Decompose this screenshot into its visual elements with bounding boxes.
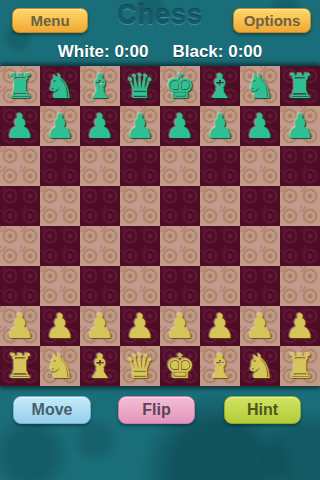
- chess-board[interactable]: ♜♞♝♛♚♝♞♜♟♟♟♟♟♟♟♟♟♟♟♟♟♟♟♟♜♞♝♛♚♝♞♜: [0, 66, 320, 386]
- square-d1[interactable]: ♛: [120, 346, 160, 386]
- clock-bar: White: 0:00Black: 0:00: [0, 42, 320, 62]
- square-b5[interactable]: [40, 186, 80, 226]
- move-button[interactable]: Move: [13, 396, 91, 424]
- square-e8[interactable]: ♚: [160, 66, 200, 106]
- square-d7[interactable]: ♟: [120, 106, 160, 146]
- white-pawn-piece: ♟: [280, 306, 320, 346]
- square-h3[interactable]: [280, 266, 320, 306]
- black-rook-piece: ♜: [0, 66, 40, 106]
- hint-button[interactable]: Hint: [224, 396, 301, 424]
- square-e6[interactable]: [160, 146, 200, 186]
- square-h1[interactable]: ♜: [280, 346, 320, 386]
- white-pawn-piece: ♟: [0, 306, 40, 346]
- square-f4[interactable]: [200, 226, 240, 266]
- square-a6[interactable]: [0, 146, 40, 186]
- square-f5[interactable]: [200, 186, 240, 226]
- square-h5[interactable]: [280, 186, 320, 226]
- options-button[interactable]: Options: [233, 8, 311, 33]
- square-a7[interactable]: ♟: [0, 106, 40, 146]
- square-e2[interactable]: ♟: [160, 306, 200, 346]
- white-bishop-piece: ♝: [80, 346, 120, 386]
- white-pawn-piece: ♟: [200, 306, 240, 346]
- black-pawn-piece: ♟: [120, 106, 160, 146]
- square-d3[interactable]: [120, 266, 160, 306]
- square-g8[interactable]: ♞: [240, 66, 280, 106]
- square-a4[interactable]: [0, 226, 40, 266]
- square-d4[interactable]: [120, 226, 160, 266]
- square-b3[interactable]: [40, 266, 80, 306]
- square-b7[interactable]: ♟: [40, 106, 80, 146]
- white-rook-piece: ♜: [0, 346, 40, 386]
- square-a3[interactable]: [0, 266, 40, 306]
- square-a2[interactable]: ♟: [0, 306, 40, 346]
- square-c8[interactable]: ♝: [80, 66, 120, 106]
- white-pawn-piece: ♟: [40, 306, 80, 346]
- black-knight-piece: ♞: [240, 66, 280, 106]
- square-a8[interactable]: ♜: [0, 66, 40, 106]
- square-e1[interactable]: ♚: [160, 346, 200, 386]
- square-d8[interactable]: ♛: [120, 66, 160, 106]
- app-screen: Chess Menu Options White: 0:00Black: 0:0…: [0, 0, 320, 480]
- square-e5[interactable]: [160, 186, 200, 226]
- square-b2[interactable]: ♟: [40, 306, 80, 346]
- black-bishop-piece: ♝: [200, 66, 240, 106]
- square-g6[interactable]: [240, 146, 280, 186]
- square-d6[interactable]: [120, 146, 160, 186]
- black-bishop-piece: ♝: [80, 66, 120, 106]
- white-bishop-piece: ♝: [200, 346, 240, 386]
- square-c2[interactable]: ♟: [80, 306, 120, 346]
- square-b1[interactable]: ♞: [40, 346, 80, 386]
- square-f3[interactable]: [200, 266, 240, 306]
- square-f1[interactable]: ♝: [200, 346, 240, 386]
- square-g3[interactable]: [240, 266, 280, 306]
- white-rook-piece: ♜: [280, 346, 320, 386]
- square-f8[interactable]: ♝: [200, 66, 240, 106]
- square-b4[interactable]: [40, 226, 80, 266]
- square-e3[interactable]: [160, 266, 200, 306]
- white-pawn-piece: ♟: [160, 306, 200, 346]
- square-e4[interactable]: [160, 226, 200, 266]
- black-pawn-piece: ♟: [160, 106, 200, 146]
- square-h7[interactable]: ♟: [280, 106, 320, 146]
- square-c1[interactable]: ♝: [80, 346, 120, 386]
- white-knight-piece: ♞: [40, 346, 80, 386]
- square-f2[interactable]: ♟: [200, 306, 240, 346]
- white-king-piece: ♚: [160, 346, 200, 386]
- black-pawn-piece: ♟: [80, 106, 120, 146]
- square-b8[interactable]: ♞: [40, 66, 80, 106]
- square-h4[interactable]: [280, 226, 320, 266]
- white-pawn-piece: ♟: [80, 306, 120, 346]
- white-clock: White: 0:00: [58, 42, 149, 61]
- black-queen-piece: ♛: [120, 66, 160, 106]
- black-pawn-piece: ♟: [0, 106, 40, 146]
- black-pawn-piece: ♟: [40, 106, 80, 146]
- square-c5[interactable]: [80, 186, 120, 226]
- square-e7[interactable]: ♟: [160, 106, 200, 146]
- square-c7[interactable]: ♟: [80, 106, 120, 146]
- square-h8[interactable]: ♜: [280, 66, 320, 106]
- square-f6[interactable]: [200, 146, 240, 186]
- square-c3[interactable]: [80, 266, 120, 306]
- square-g5[interactable]: [240, 186, 280, 226]
- square-a1[interactable]: ♜: [0, 346, 40, 386]
- black-clock: Black: 0:00: [172, 42, 262, 61]
- white-queen-piece: ♛: [120, 346, 160, 386]
- square-g4[interactable]: [240, 226, 280, 266]
- white-pawn-piece: ♟: [120, 306, 160, 346]
- menu-button[interactable]: Menu: [12, 8, 88, 33]
- square-g2[interactable]: ♟: [240, 306, 280, 346]
- square-h2[interactable]: ♟: [280, 306, 320, 346]
- square-f7[interactable]: ♟: [200, 106, 240, 146]
- black-king-piece: ♚: [160, 66, 200, 106]
- square-b6[interactable]: [40, 146, 80, 186]
- square-g7[interactable]: ♟: [240, 106, 280, 146]
- square-d2[interactable]: ♟: [120, 306, 160, 346]
- black-knight-piece: ♞: [40, 66, 80, 106]
- square-c4[interactable]: [80, 226, 120, 266]
- flip-button[interactable]: Flip: [118, 396, 195, 424]
- black-rook-piece: ♜: [280, 66, 320, 106]
- square-d5[interactable]: [120, 186, 160, 226]
- black-pawn-piece: ♟: [240, 106, 280, 146]
- square-c6[interactable]: [80, 146, 120, 186]
- square-g1[interactable]: ♞: [240, 346, 280, 386]
- black-pawn-piece: ♟: [200, 106, 240, 146]
- square-a5[interactable]: [0, 186, 40, 226]
- square-h6[interactable]: [280, 146, 320, 186]
- black-pawn-piece: ♟: [280, 106, 320, 146]
- white-knight-piece: ♞: [240, 346, 280, 386]
- white-pawn-piece: ♟: [240, 306, 280, 346]
